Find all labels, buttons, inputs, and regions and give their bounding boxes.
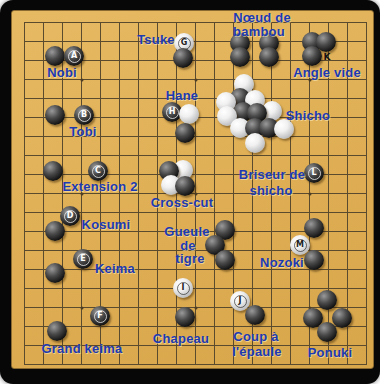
black-stone: A [64, 46, 84, 66]
black-stone [304, 218, 324, 238]
label-kosumi: Kosumi [82, 217, 131, 232]
label-noeud-de-bambou-line2: bambou [233, 24, 285, 39]
board-letter-K: K [324, 52, 331, 62]
black-stone [259, 47, 279, 67]
black-stone [175, 307, 195, 327]
label-ponuki: Ponuki [308, 345, 353, 360]
label-nobi: Nobi [47, 65, 77, 80]
label-coup-a-l-epaule-line1: Coup à [233, 329, 278, 344]
black-stone [230, 47, 250, 67]
black-stone [47, 321, 67, 341]
label-cross-cut: Cross-cut [151, 195, 213, 210]
stone-letter-I: I [177, 282, 190, 295]
black-stone [317, 290, 337, 310]
stone-letter-A: A [68, 50, 81, 63]
black-stone [175, 176, 195, 196]
white-stone [179, 104, 199, 124]
stone-letter-M: M [294, 239, 307, 252]
black-stone: B [74, 105, 94, 125]
black-stone [45, 263, 65, 283]
stone-letter-D: D [64, 210, 77, 223]
label-extension-2: Extension 2 [62, 179, 137, 194]
label-tsuke: Tsuke [137, 32, 175, 47]
label-gueule-de-tigre-line1: Gueule [164, 224, 209, 239]
black-stone: F [90, 306, 110, 326]
label-tobi: Tobi [69, 124, 96, 139]
goban-frame: AGHBCDLMEIJF NobiTsukeNœud debambouAngle… [0, 0, 380, 384]
black-stone: E [73, 249, 93, 269]
label-noeud-de-bambou-line1: Nœud de [233, 10, 291, 25]
black-stone [317, 322, 337, 342]
label-gueule-de-tigre-line3: tigre [175, 251, 204, 266]
black-stone [45, 105, 65, 125]
label-hane: Hane [166, 88, 199, 103]
label-grand-keima: Grand keima [42, 341, 123, 356]
stone-letter-H: H [166, 106, 179, 119]
black-stone [173, 48, 193, 68]
label-shicho: Shicho [286, 108, 331, 123]
stone-letter-J: J [234, 295, 247, 308]
white-stone: I [173, 278, 193, 298]
black-stone [45, 46, 65, 66]
black-stone [302, 46, 322, 66]
label-briseur-de-shicho-line2: shicho [249, 183, 292, 198]
stone-letter-F: F [94, 310, 107, 323]
black-stone: D [60, 206, 80, 226]
black-stone [175, 123, 195, 143]
label-coup-a-l-epaule-line2: l'épaule [232, 344, 282, 359]
label-chapeau: Chapeau [153, 331, 209, 346]
label-angle-vide: Angle vide [293, 65, 361, 80]
black-stone [45, 221, 65, 241]
stone-letter-B: B [78, 109, 91, 122]
black-stone [43, 161, 63, 181]
label-keima: Keima [95, 261, 135, 276]
white-stone [245, 133, 265, 153]
label-briseur-de-shicho-line1: Briseur de [239, 167, 305, 182]
black-stone [304, 250, 324, 270]
stone-letter-L: L [308, 167, 321, 180]
label-nozoki: Nozoki [260, 255, 304, 270]
black-stone: L [304, 163, 324, 183]
black-stone [245, 305, 265, 325]
stone-letter-C: C [92, 165, 105, 178]
black-stone [215, 250, 235, 270]
stone-letter-E: E [77, 253, 90, 266]
